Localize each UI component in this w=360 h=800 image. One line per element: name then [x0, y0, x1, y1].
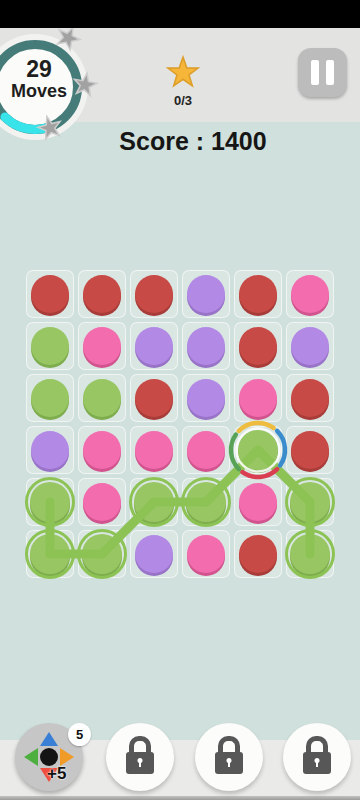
dot-green[interactable] [31, 327, 69, 365]
board-cell [182, 322, 230, 370]
pause-button[interactable] [298, 48, 347, 97]
board-cell [182, 270, 230, 318]
board-cell [182, 426, 230, 474]
status-bar [0, 0, 360, 28]
board-cell [286, 374, 334, 422]
powerup-bonus-label: +5 [47, 764, 66, 784]
pause-icon [311, 60, 319, 85]
game-board [26, 270, 334, 578]
pause-icon [326, 60, 334, 85]
dot-red[interactable] [135, 379, 173, 417]
board-cell [234, 374, 282, 422]
moves-label: Moves [0, 81, 78, 102]
dot-pink[interactable] [291, 275, 329, 313]
dot-purple[interactable] [291, 327, 329, 365]
board-cell [234, 530, 282, 578]
board-cell [130, 374, 178, 422]
dot-red[interactable] [135, 275, 173, 313]
arrow-up-icon [40, 732, 58, 746]
board-cell [78, 374, 126, 422]
board-cell [286, 322, 334, 370]
dot-green-special[interactable] [238, 430, 278, 470]
board-cell [286, 478, 334, 526]
board-cell [182, 530, 230, 578]
board-cell [130, 530, 178, 578]
board-cell [182, 478, 230, 526]
dot-red[interactable] [291, 379, 329, 417]
dot-green[interactable] [186, 482, 226, 522]
lock-icon [215, 736, 243, 774]
board-cell [234, 322, 282, 370]
board-cell [234, 478, 282, 526]
locked-powerup-button-3[interactable] [283, 723, 351, 791]
locked-powerup-button-2[interactable] [195, 723, 263, 791]
board-cell [234, 426, 282, 474]
dot-red[interactable] [83, 275, 121, 313]
dot-red[interactable] [239, 327, 277, 365]
board-cell [286, 426, 334, 474]
dot-green[interactable] [290, 534, 330, 574]
dot-purple[interactable] [31, 431, 69, 469]
dot-pink[interactable] [239, 379, 277, 417]
dot-red[interactable] [291, 431, 329, 469]
dot-red[interactable] [239, 275, 277, 313]
dot-pink[interactable] [187, 535, 225, 573]
board-cell [78, 322, 126, 370]
dot-purple[interactable] [187, 379, 225, 417]
dot-pink[interactable] [83, 431, 121, 469]
dot-green[interactable] [30, 482, 70, 522]
board-cell [26, 478, 74, 526]
dot-green[interactable] [290, 482, 330, 522]
dot-green[interactable] [134, 482, 174, 522]
lock-icon [303, 736, 331, 774]
goal-star-icon [168, 57, 198, 86]
dot-red[interactable] [31, 275, 69, 313]
board-cell [182, 374, 230, 422]
dot-green[interactable] [82, 534, 122, 574]
board-cell [286, 530, 334, 578]
dot-pink[interactable] [135, 431, 173, 469]
board-cell [78, 478, 126, 526]
dot-pink[interactable] [83, 327, 121, 365]
board-cell [130, 426, 178, 474]
board-cell [286, 270, 334, 318]
board-cell [26, 322, 74, 370]
dot-green[interactable] [83, 379, 121, 417]
dot-green[interactable] [30, 534, 70, 574]
board-cell [78, 426, 126, 474]
lock-icon [126, 736, 154, 774]
board-cell [130, 322, 178, 370]
board-cell [78, 530, 126, 578]
dot-purple[interactable] [187, 327, 225, 365]
board-cell [78, 270, 126, 318]
powerup-count-badge: 5 [68, 723, 91, 746]
board-cell [130, 478, 178, 526]
board-cell [130, 270, 178, 318]
moves-value: 29 [0, 56, 78, 83]
goal-progress: 0/3 [143, 93, 223, 108]
dot-pink[interactable] [239, 483, 277, 521]
dot-pink[interactable] [83, 483, 121, 521]
dot-green[interactable] [31, 379, 69, 417]
dot-purple[interactable] [135, 535, 173, 573]
board-cell [26, 374, 74, 422]
arrow-left-icon [24, 748, 38, 766]
board-cell [26, 270, 74, 318]
game-screen: 29 Moves 0/3 Score : 1400 +5 5 [0, 0, 360, 800]
locked-powerup-button-1[interactable] [106, 723, 174, 791]
dot-purple[interactable] [135, 327, 173, 365]
bottom-edge [0, 796, 360, 800]
board-cell [26, 530, 74, 578]
goal-star [161, 52, 205, 94]
dot-red[interactable] [239, 535, 277, 573]
board-cell [234, 270, 282, 318]
dot-pink[interactable] [187, 431, 225, 469]
board-cell [26, 426, 74, 474]
dot-purple[interactable] [187, 275, 225, 313]
